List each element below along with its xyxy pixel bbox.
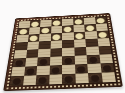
square-f1[interactable] (75, 73, 89, 83)
square-b6[interactable]: ● (28, 34, 40, 42)
square-f8[interactable]: ● (73, 18, 84, 25)
square-h6[interactable]: ● (96, 30, 109, 38)
checker-piece-dark[interactable]: ● (37, 75, 48, 85)
square-d6[interactable]: ● (50, 33, 62, 41)
square-f2[interactable]: ● (75, 64, 88, 74)
square-c1[interactable]: ● (36, 75, 49, 85)
square-c3[interactable]: ● (37, 57, 50, 66)
checkers-board: ●●●●●●●●●●●●●●●●●●●●●●●● (3, 13, 123, 91)
square-g7[interactable]: ● (84, 24, 96, 32)
checker-piece-light[interactable]: ● (85, 24, 94, 31)
checker-piece-dark[interactable]: ● (51, 65, 61, 74)
checker-piece-dark[interactable]: ● (89, 73, 100, 83)
checker-piece-dark[interactable]: ● (14, 58, 25, 67)
checker-piece-dark[interactable]: ● (38, 57, 48, 66)
checker-piece-light[interactable]: ● (30, 20, 39, 27)
square-e3[interactable]: ● (62, 56, 75, 65)
checker-piece-dark[interactable]: ● (63, 56, 73, 65)
checker-piece-light[interactable]: ● (52, 33, 61, 41)
checker-piece-light[interactable]: ● (97, 30, 107, 38)
checker-piece-dark[interactable]: ● (63, 74, 73, 84)
checker-piece-light[interactable]: ● (52, 19, 61, 26)
square-c7[interactable]: ● (40, 26, 51, 34)
square-d8[interactable]: ● (51, 19, 62, 26)
checker-piece-dark[interactable]: ● (88, 55, 99, 64)
square-e7[interactable]: ● (62, 25, 73, 33)
checker-piece-light[interactable]: ● (74, 18, 83, 25)
checker-piece-dark[interactable]: ● (76, 64, 87, 73)
checker-piece-light[interactable]: ● (41, 26, 50, 33)
square-a1[interactable]: ● (10, 76, 24, 86)
square-h2[interactable]: ● (100, 63, 114, 73)
checker-piece-light[interactable]: ● (29, 34, 38, 42)
square-g1[interactable]: ● (88, 73, 102, 83)
square-d1[interactable] (49, 74, 62, 84)
square-e1[interactable]: ● (62, 74, 75, 84)
checker-piece-light[interactable]: ● (75, 32, 84, 40)
square-g3[interactable]: ● (87, 55, 100, 64)
checker-piece-light[interactable]: ● (63, 25, 72, 32)
product-photo-scene: ●●●●●●●●●●●●●●●●●●●●●●●● (0, 0, 125, 93)
checker-piece-dark[interactable]: ● (11, 76, 22, 86)
checker-piece-dark[interactable]: ● (25, 66, 36, 75)
checker-piece-light[interactable]: ● (96, 17, 106, 24)
square-h1[interactable] (101, 72, 116, 82)
square-b1[interactable] (23, 75, 37, 85)
square-f6[interactable]: ● (73, 32, 85, 40)
board-grid: ●●●●●●●●●●●●●●●●●●●●●●●● (10, 17, 116, 86)
checker-piece-dark[interactable]: ● (101, 63, 112, 72)
checker-piece-light[interactable]: ● (19, 28, 28, 35)
square-h8[interactable]: ● (95, 17, 107, 24)
square-b8[interactable]: ● (29, 20, 40, 27)
square-d2[interactable]: ● (49, 65, 62, 75)
